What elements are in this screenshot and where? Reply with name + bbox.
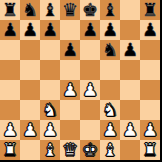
- square-d8[interactable]: ♛: [60, 0, 80, 20]
- square-a5[interactable]: [0, 60, 20, 80]
- square-h1[interactable]: ♜: [140, 140, 160, 160]
- square-f7[interactable]: ♟: [100, 20, 120, 40]
- square-c4[interactable]: [40, 80, 60, 100]
- black-pawn[interactable]: ♟: [122, 40, 138, 60]
- black-pawn[interactable]: ♟: [82, 20, 98, 40]
- square-h3[interactable]: [140, 100, 160, 120]
- square-b7[interactable]: ♟: [20, 20, 40, 40]
- white-pawn[interactable]: ♟: [42, 120, 58, 140]
- square-b8[interactable]: ♞: [20, 0, 40, 20]
- square-d2[interactable]: [60, 120, 80, 140]
- square-b4[interactable]: [20, 80, 40, 100]
- white-pawn[interactable]: ♟: [82, 80, 98, 100]
- white-pawn[interactable]: ♟: [102, 120, 118, 140]
- square-a6[interactable]: [0, 40, 20, 60]
- square-d6[interactable]: ♟: [60, 40, 80, 60]
- black-pawn[interactable]: ♟: [22, 20, 38, 40]
- black-knight[interactable]: ♞: [102, 40, 118, 60]
- square-c2[interactable]: ♟: [40, 120, 60, 140]
- square-g5[interactable]: [120, 60, 140, 80]
- square-c1[interactable]: ♝: [40, 140, 60, 160]
- square-a4[interactable]: [0, 80, 20, 100]
- black-king[interactable]: ♚: [82, 0, 98, 20]
- square-a8[interactable]: ♜: [0, 0, 20, 20]
- square-a1[interactable]: ♜: [0, 140, 20, 160]
- square-e6[interactable]: [80, 40, 100, 60]
- square-g7[interactable]: [120, 20, 140, 40]
- square-g4[interactable]: [120, 80, 140, 100]
- square-g1[interactable]: [120, 140, 140, 160]
- black-bishop[interactable]: ♝: [102, 0, 118, 20]
- white-bishop[interactable]: ♝: [42, 140, 58, 160]
- square-g3[interactable]: [120, 100, 140, 120]
- square-c8[interactable]: ♝: [40, 0, 60, 20]
- square-h5[interactable]: [140, 60, 160, 80]
- black-queen[interactable]: ♛: [62, 0, 78, 20]
- square-f4[interactable]: [100, 80, 120, 100]
- square-f8[interactable]: ♝: [100, 0, 120, 20]
- white-knight[interactable]: ♞: [102, 100, 118, 120]
- square-f3[interactable]: ♞: [100, 100, 120, 120]
- square-h7[interactable]: ♟: [140, 20, 160, 40]
- white-pawn[interactable]: ♟: [62, 80, 78, 100]
- chess-board: ♜♞♝♛♚♝♜♟♟♟♟♟♟♟♞♟♟♟♞♞♟♟♟♟♟♟♜♝♛♚♝♜: [0, 0, 162, 162]
- square-e1[interactable]: ♚: [80, 140, 100, 160]
- square-a2[interactable]: ♟: [0, 120, 20, 140]
- square-b3[interactable]: [20, 100, 40, 120]
- square-g6[interactable]: ♟: [120, 40, 140, 60]
- square-f5[interactable]: [100, 60, 120, 80]
- square-e8[interactable]: ♚: [80, 0, 100, 20]
- black-rook[interactable]: ♜: [2, 0, 18, 20]
- square-e5[interactable]: [80, 60, 100, 80]
- square-f6[interactable]: ♞: [100, 40, 120, 60]
- white-pawn[interactable]: ♟: [142, 120, 158, 140]
- black-pawn[interactable]: ♟: [62, 40, 78, 60]
- black-pawn[interactable]: ♟: [2, 20, 18, 40]
- square-d4[interactable]: ♟: [60, 80, 80, 100]
- white-rook[interactable]: ♜: [142, 140, 158, 160]
- square-b2[interactable]: ♟: [20, 120, 40, 140]
- black-bishop[interactable]: ♝: [42, 0, 58, 20]
- square-c3[interactable]: ♞: [40, 100, 60, 120]
- square-e4[interactable]: ♟: [80, 80, 100, 100]
- black-pawn[interactable]: ♟: [42, 20, 58, 40]
- square-e3[interactable]: [80, 100, 100, 120]
- square-f1[interactable]: ♝: [100, 140, 120, 160]
- square-b6[interactable]: [20, 40, 40, 60]
- square-h8[interactable]: ♜: [140, 0, 160, 20]
- square-d7[interactable]: [60, 20, 80, 40]
- square-d5[interactable]: [60, 60, 80, 80]
- square-e7[interactable]: ♟: [80, 20, 100, 40]
- square-c6[interactable]: [40, 40, 60, 60]
- square-f2[interactable]: ♟: [100, 120, 120, 140]
- white-knight[interactable]: ♞: [42, 100, 58, 120]
- square-c7[interactable]: ♟: [40, 20, 60, 40]
- black-knight[interactable]: ♞: [22, 0, 38, 20]
- black-pawn[interactable]: ♟: [102, 20, 118, 40]
- square-a7[interactable]: ♟: [0, 20, 20, 40]
- square-g2[interactable]: ♟: [120, 120, 140, 140]
- white-pawn[interactable]: ♟: [122, 120, 138, 140]
- white-pawn[interactable]: ♟: [22, 120, 38, 140]
- white-queen[interactable]: ♛: [62, 140, 78, 160]
- square-b5[interactable]: [20, 60, 40, 80]
- square-h4[interactable]: [140, 80, 160, 100]
- square-d1[interactable]: ♛: [60, 140, 80, 160]
- white-bishop[interactable]: ♝: [102, 140, 118, 160]
- white-pawn[interactable]: ♟: [2, 120, 18, 140]
- square-d3[interactable]: [60, 100, 80, 120]
- white-rook[interactable]: ♜: [2, 140, 18, 160]
- square-g8[interactable]: [120, 0, 140, 20]
- black-pawn[interactable]: ♟: [142, 20, 158, 40]
- square-c5[interactable]: [40, 60, 60, 80]
- square-h6[interactable]: [140, 40, 160, 60]
- black-rook[interactable]: ♜: [142, 0, 158, 20]
- white-king[interactable]: ♚: [82, 140, 98, 160]
- square-a3[interactable]: [0, 100, 20, 120]
- square-h2[interactable]: ♟: [140, 120, 160, 140]
- square-b1[interactable]: [20, 140, 40, 160]
- square-e2[interactable]: [80, 120, 100, 140]
